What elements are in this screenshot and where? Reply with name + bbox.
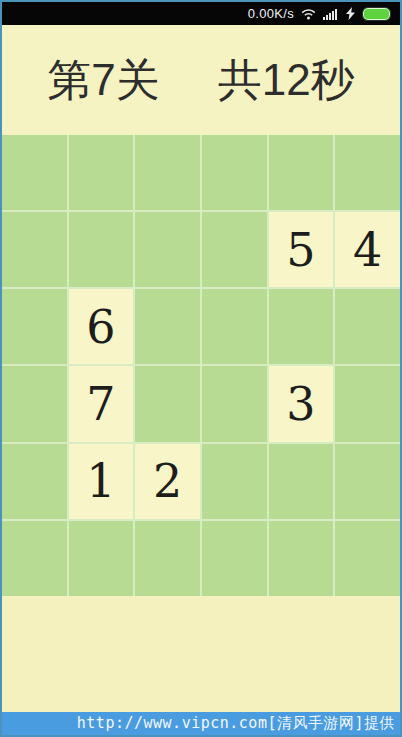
grid-cell-empty [335,135,400,210]
grid-cell-empty [135,289,200,364]
watermark-bar: http://www.vipcn.com[清风手游网]提供 [2,712,400,735]
grid-cell-empty [135,366,200,441]
grid-cell-number-5[interactable]: 5 [269,212,334,287]
grid-cell-empty [335,444,400,519]
phone-screen: 0.00K/s 第7关 共12秒 5467 [0,0,402,737]
level-label: 第7关 [47,51,159,110]
grid-cell-empty [202,444,267,519]
grid-cell-number-1[interactable]: 1 [69,444,134,519]
grid-cell-empty [269,135,334,210]
grid-cell-number-4[interactable]: 4 [335,212,400,287]
grid-cell-empty [202,289,267,364]
grid-cell-empty [135,212,200,287]
grid-cell-empty [135,521,200,596]
grid-cell-empty [135,135,200,210]
grid-cell-empty [269,521,334,596]
grid-cell-empty [202,366,267,441]
watermark-text: http://www.vipcn.com[清风手游网]提供 [77,714,395,733]
game-header: 第7关 共12秒 [2,25,400,135]
footer-area [2,596,400,712]
grid-cell-empty [2,366,67,441]
grid-cell-empty [69,135,134,210]
grid-cell-empty [202,212,267,287]
signal-strength-icon [323,8,339,20]
grid-cell-number-2[interactable]: 2 [135,444,200,519]
grid-cell-empty [69,212,134,287]
grid-cell-empty [269,289,334,364]
network-speed: 0.00K/s [248,6,294,21]
grid-cell-empty [2,444,67,519]
grid-cell-empty [2,289,67,364]
grid-cell-number-3[interactable]: 3 [269,366,334,441]
wifi-icon [301,8,316,20]
grid-cell-empty [2,521,67,596]
status-bar: 0.00K/s [2,2,400,25]
charging-bolt-icon [346,7,355,20]
grid-cell-empty [335,521,400,596]
puzzle-board: 5467312 [2,135,400,596]
grid-cell-empty [69,521,134,596]
grid-cell-empty [202,521,267,596]
grid-cell-empty [269,444,334,519]
grid-cell-empty [202,135,267,210]
grid-cell-number-6[interactable]: 6 [69,289,134,364]
time-label: 共12秒 [218,51,355,110]
grid-cell-empty [335,366,400,441]
grid-cell-empty [2,135,67,210]
grid-cell-empty [2,212,67,287]
grid-cell-empty [335,289,400,364]
battery-icon [362,7,391,21]
grid-cell-number-7[interactable]: 7 [69,366,134,441]
